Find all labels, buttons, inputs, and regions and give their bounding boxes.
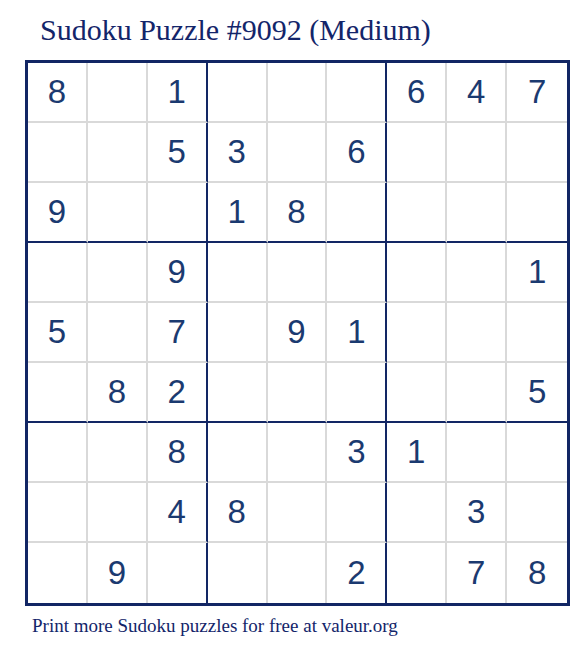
sudoku-cell[interactable] — [447, 303, 507, 363]
sudoku-cell[interactable] — [148, 543, 208, 603]
sudoku-cell[interactable]: 6 — [387, 63, 447, 123]
sudoku-cell[interactable] — [28, 363, 88, 423]
sudoku-cell[interactable] — [88, 63, 148, 123]
sudoku-cell[interactable] — [507, 423, 567, 483]
footer-text: Print more Sudoku puzzles for free at va… — [32, 615, 398, 637]
sudoku-cell[interactable]: 3 — [327, 423, 387, 483]
sudoku-cell[interactable] — [88, 423, 148, 483]
sudoku-cell[interactable]: 1 — [387, 423, 447, 483]
sudoku-cell[interactable] — [387, 543, 447, 603]
sudoku-cell[interactable] — [268, 543, 328, 603]
sudoku-cell[interactable]: 9 — [148, 243, 208, 303]
sudoku-cell[interactable] — [387, 303, 447, 363]
page-title: Sudoku Puzzle #9092 (Medium) — [40, 13, 431, 47]
sudoku-cell[interactable]: 5 — [148, 123, 208, 183]
sudoku-cell[interactable]: 9 — [268, 303, 328, 363]
sudoku-cell[interactable] — [447, 423, 507, 483]
sudoku-cell[interactable] — [507, 183, 567, 243]
sudoku-cell[interactable]: 2 — [327, 543, 387, 603]
sudoku-cell[interactable] — [327, 243, 387, 303]
sudoku-cell[interactable] — [268, 423, 328, 483]
sudoku-cell[interactable]: 1 — [327, 303, 387, 363]
sudoku-cell[interactable] — [88, 123, 148, 183]
sudoku-cell[interactable] — [387, 483, 447, 543]
sudoku-cell[interactable]: 6 — [327, 123, 387, 183]
sudoku-cell[interactable] — [208, 423, 268, 483]
sudoku-cell[interactable]: 7 — [507, 63, 567, 123]
sudoku-cell[interactable]: 8 — [28, 63, 88, 123]
sudoku-cell[interactable]: 1 — [148, 63, 208, 123]
sudoku-cell[interactable] — [327, 183, 387, 243]
sudoku-cell[interactable] — [88, 483, 148, 543]
sudoku-cell[interactable] — [327, 363, 387, 423]
sudoku-cell[interactable] — [387, 123, 447, 183]
sudoku-cell[interactable]: 8 — [208, 483, 268, 543]
sudoku-cell[interactable] — [447, 363, 507, 423]
sudoku-cell[interactable] — [507, 483, 567, 543]
sudoku-cell[interactable]: 4 — [148, 483, 208, 543]
sudoku-cell[interactable]: 5 — [28, 303, 88, 363]
sudoku-cell[interactable] — [447, 183, 507, 243]
sudoku-cell[interactable] — [28, 423, 88, 483]
sudoku-cell[interactable] — [268, 63, 328, 123]
sudoku-cell[interactable]: 3 — [447, 483, 507, 543]
sudoku-board: 816475369189157918258314839278 — [25, 60, 570, 606]
sudoku-cell[interactable]: 9 — [28, 183, 88, 243]
sudoku-cell[interactable] — [208, 63, 268, 123]
sudoku-cell[interactable]: 9 — [88, 543, 148, 603]
sudoku-cell[interactable] — [387, 243, 447, 303]
sudoku-cell[interactable] — [507, 303, 567, 363]
sudoku-cell[interactable]: 2 — [148, 363, 208, 423]
sudoku-cell[interactable] — [327, 63, 387, 123]
sudoku-cell[interactable]: 4 — [447, 63, 507, 123]
sudoku-cell[interactable]: 8 — [507, 543, 567, 603]
sudoku-cell[interactable]: 1 — [507, 243, 567, 303]
sudoku-cell[interactable] — [268, 243, 328, 303]
sudoku-cell[interactable]: 3 — [208, 123, 268, 183]
sudoku-cell[interactable] — [208, 243, 268, 303]
sudoku-cell[interactable] — [208, 543, 268, 603]
sudoku-cell[interactable] — [208, 363, 268, 423]
sudoku-cell[interactable] — [387, 363, 447, 423]
sudoku-cell[interactable] — [28, 243, 88, 303]
sudoku-page: Sudoku Puzzle #9092 (Medium) 81647536918… — [0, 0, 574, 651]
sudoku-cell[interactable] — [28, 123, 88, 183]
sudoku-cell[interactable] — [507, 123, 567, 183]
sudoku-cell[interactable] — [28, 483, 88, 543]
sudoku-cell[interactable] — [28, 543, 88, 603]
sudoku-cell[interactable]: 8 — [88, 363, 148, 423]
sudoku-cell[interactable] — [327, 483, 387, 543]
sudoku-cell[interactable] — [447, 123, 507, 183]
sudoku-cell[interactable] — [268, 363, 328, 423]
sudoku-cell[interactable]: 8 — [268, 183, 328, 243]
sudoku-cell[interactable] — [268, 483, 328, 543]
sudoku-cell[interactable] — [88, 243, 148, 303]
sudoku-cell[interactable] — [208, 303, 268, 363]
sudoku-cell[interactable]: 5 — [507, 363, 567, 423]
sudoku-cell[interactable]: 1 — [208, 183, 268, 243]
sudoku-cell[interactable]: 7 — [148, 303, 208, 363]
sudoku-cell[interactable] — [387, 183, 447, 243]
sudoku-cell[interactable] — [88, 183, 148, 243]
sudoku-cell[interactable] — [268, 123, 328, 183]
sudoku-cell[interactable] — [88, 303, 148, 363]
sudoku-cell[interactable]: 7 — [447, 543, 507, 603]
sudoku-cell[interactable]: 8 — [148, 423, 208, 483]
sudoku-cell[interactable] — [447, 243, 507, 303]
sudoku-cell[interactable] — [148, 183, 208, 243]
